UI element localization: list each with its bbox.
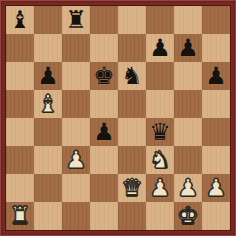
square-h5[interactable] — [202, 90, 230, 118]
board-frame: ♝♜♟♟♟♚♞♟♝♟♛♟♞♛♟♟♟♜♚ — [0, 0, 236, 236]
white-queen-piece: ♛ — [121, 174, 143, 202]
square-c1[interactable] — [62, 202, 90, 230]
square-a7[interactable] — [6, 34, 34, 62]
square-d4[interactable]: ♟ — [90, 118, 118, 146]
white-pawn-piece: ♟ — [177, 174, 199, 202]
white-pawn-piece: ♟ — [65, 146, 87, 174]
square-d8[interactable] — [90, 6, 118, 34]
square-c2[interactable] — [62, 174, 90, 202]
white-pawn-piece: ♟ — [149, 174, 171, 202]
square-e2[interactable]: ♛ — [118, 174, 146, 202]
square-h8[interactable] — [202, 6, 230, 34]
white-bishop-piece: ♝ — [37, 90, 59, 118]
square-e7[interactable] — [118, 34, 146, 62]
white-knight-piece: ♞ — [149, 146, 171, 174]
square-b3[interactable] — [34, 146, 62, 174]
white-pawn-piece: ♟ — [205, 174, 227, 202]
square-g7[interactable]: ♟ — [174, 34, 202, 62]
black-pawn-piece: ♟ — [93, 118, 115, 146]
black-pawn-piece: ♟ — [205, 62, 227, 90]
square-a8[interactable]: ♝ — [6, 6, 34, 34]
square-c3[interactable]: ♟ — [62, 146, 90, 174]
square-f3[interactable]: ♞ — [146, 146, 174, 174]
black-pawn-piece: ♟ — [149, 34, 171, 62]
square-g6[interactable] — [174, 62, 202, 90]
black-bishop-piece: ♝ — [9, 6, 31, 34]
chess-board: ♝♜♟♟♟♚♞♟♝♟♛♟♞♛♟♟♟♜♚ — [6, 6, 230, 230]
square-e4[interactable] — [118, 118, 146, 146]
square-e1[interactable] — [118, 202, 146, 230]
square-d2[interactable] — [90, 174, 118, 202]
square-a3[interactable] — [6, 146, 34, 174]
square-f5[interactable] — [146, 90, 174, 118]
square-c8[interactable]: ♜ — [62, 6, 90, 34]
square-c7[interactable] — [62, 34, 90, 62]
square-d6[interactable]: ♚ — [90, 62, 118, 90]
square-g8[interactable] — [174, 6, 202, 34]
square-b5[interactable]: ♝ — [34, 90, 62, 118]
square-d5[interactable] — [90, 90, 118, 118]
black-queen-piece: ♛ — [149, 118, 171, 146]
black-knight-piece: ♞ — [121, 62, 143, 90]
black-rook-piece: ♜ — [65, 6, 87, 34]
white-king-piece: ♚ — [177, 202, 199, 230]
square-b2[interactable] — [34, 174, 62, 202]
square-e8[interactable] — [118, 6, 146, 34]
black-king-piece: ♚ — [93, 62, 115, 90]
square-f1[interactable] — [146, 202, 174, 230]
square-h2[interactable]: ♟ — [202, 174, 230, 202]
square-g5[interactable] — [174, 90, 202, 118]
square-e3[interactable] — [118, 146, 146, 174]
square-a4[interactable] — [6, 118, 34, 146]
square-b8[interactable] — [34, 6, 62, 34]
square-f7[interactable]: ♟ — [146, 34, 174, 62]
square-h7[interactable] — [202, 34, 230, 62]
square-e5[interactable] — [118, 90, 146, 118]
white-rook-piece: ♜ — [9, 202, 31, 230]
square-e6[interactable]: ♞ — [118, 62, 146, 90]
square-g2[interactable]: ♟ — [174, 174, 202, 202]
square-a2[interactable] — [6, 174, 34, 202]
square-f4[interactable]: ♛ — [146, 118, 174, 146]
square-h4[interactable] — [202, 118, 230, 146]
square-c6[interactable] — [62, 62, 90, 90]
square-c5[interactable] — [62, 90, 90, 118]
square-d7[interactable] — [90, 34, 118, 62]
square-a6[interactable] — [6, 62, 34, 90]
square-a1[interactable]: ♜ — [6, 202, 34, 230]
square-f2[interactable]: ♟ — [146, 174, 174, 202]
square-g3[interactable] — [174, 146, 202, 174]
square-d1[interactable] — [90, 202, 118, 230]
square-f8[interactable] — [146, 6, 174, 34]
square-h3[interactable] — [202, 146, 230, 174]
square-h1[interactable] — [202, 202, 230, 230]
square-c4[interactable] — [62, 118, 90, 146]
square-a5[interactable] — [6, 90, 34, 118]
black-pawn-piece: ♟ — [37, 62, 59, 90]
square-h6[interactable]: ♟ — [202, 62, 230, 90]
square-d3[interactable] — [90, 146, 118, 174]
square-b6[interactable]: ♟ — [34, 62, 62, 90]
square-f6[interactable] — [146, 62, 174, 90]
square-b1[interactable] — [34, 202, 62, 230]
square-g1[interactable]: ♚ — [174, 202, 202, 230]
square-g4[interactable] — [174, 118, 202, 146]
square-b7[interactable] — [34, 34, 62, 62]
black-pawn-piece: ♟ — [177, 34, 199, 62]
square-b4[interactable] — [34, 118, 62, 146]
